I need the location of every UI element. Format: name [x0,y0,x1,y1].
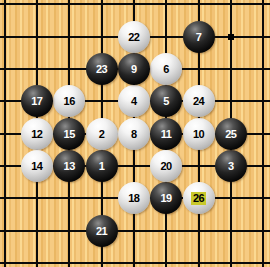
move-number: 8 [131,127,137,141]
black-stone-7[interactable]: 7 [183,21,215,53]
black-stone-23[interactable]: 23 [86,53,118,85]
white-stone-8[interactable]: 8 [118,118,150,150]
move-number: 4 [131,94,137,108]
move-number: 10 [193,127,204,141]
black-stone-25[interactable]: 25 [215,118,247,150]
move-number: 14 [31,159,42,173]
white-stone-2[interactable]: 2 [86,118,118,150]
move-number: 17 [31,94,42,108]
move-number: 16 [64,94,75,108]
go-board[interactable]: 1234567891011121314151617181920212223242… [0,0,270,267]
white-stone-24[interactable]: 24 [183,85,215,117]
grid-line-vertical [4,0,6,267]
move-number: 22 [128,30,139,44]
star-point [228,34,234,40]
move-number: 23 [96,62,107,76]
black-stone-17[interactable]: 17 [21,85,53,117]
grid-line-vertical [262,0,264,267]
move-number: 7 [196,30,202,44]
black-stone-13[interactable]: 13 [53,150,85,182]
black-stone-19[interactable]: 19 [150,182,182,214]
white-stone-16[interactable]: 16 [53,85,85,117]
white-stone-18[interactable]: 18 [118,182,150,214]
last-move-number: 26 [191,192,206,205]
black-stone-15[interactable]: 15 [53,118,85,150]
move-number: 20 [160,159,171,173]
black-stone-9[interactable]: 9 [118,53,150,85]
black-stone-5[interactable]: 5 [150,85,182,117]
move-number: 6 [163,62,169,76]
move-number: 3 [228,159,234,173]
white-stone-4[interactable]: 4 [118,85,150,117]
white-stone-10[interactable]: 10 [183,118,215,150]
move-number: 11 [161,127,172,141]
black-stone-1[interactable]: 1 [86,150,118,182]
move-number: 12 [31,127,42,141]
move-number: 25 [225,127,236,141]
move-number: 2 [99,127,105,141]
white-stone-12[interactable]: 12 [21,118,53,150]
move-number: 9 [131,62,137,76]
white-stone-26[interactable]: 26 [183,182,215,214]
move-number: 24 [193,94,204,108]
white-stone-22[interactable]: 22 [118,21,150,53]
black-stone-11[interactable]: 11 [150,118,182,150]
black-stone-3[interactable]: 3 [215,150,247,182]
black-stone-21[interactable]: 21 [86,215,118,247]
move-number: 21 [96,224,107,238]
move-number: 13 [64,159,75,173]
move-number: 1 [99,159,105,173]
move-number: 5 [163,94,169,108]
move-number: 18 [128,191,139,205]
move-number: 19 [160,191,171,205]
white-stone-6[interactable]: 6 [150,53,182,85]
move-number: 15 [64,127,75,141]
white-stone-20[interactable]: 20 [150,150,182,182]
white-stone-14[interactable]: 14 [21,150,53,182]
